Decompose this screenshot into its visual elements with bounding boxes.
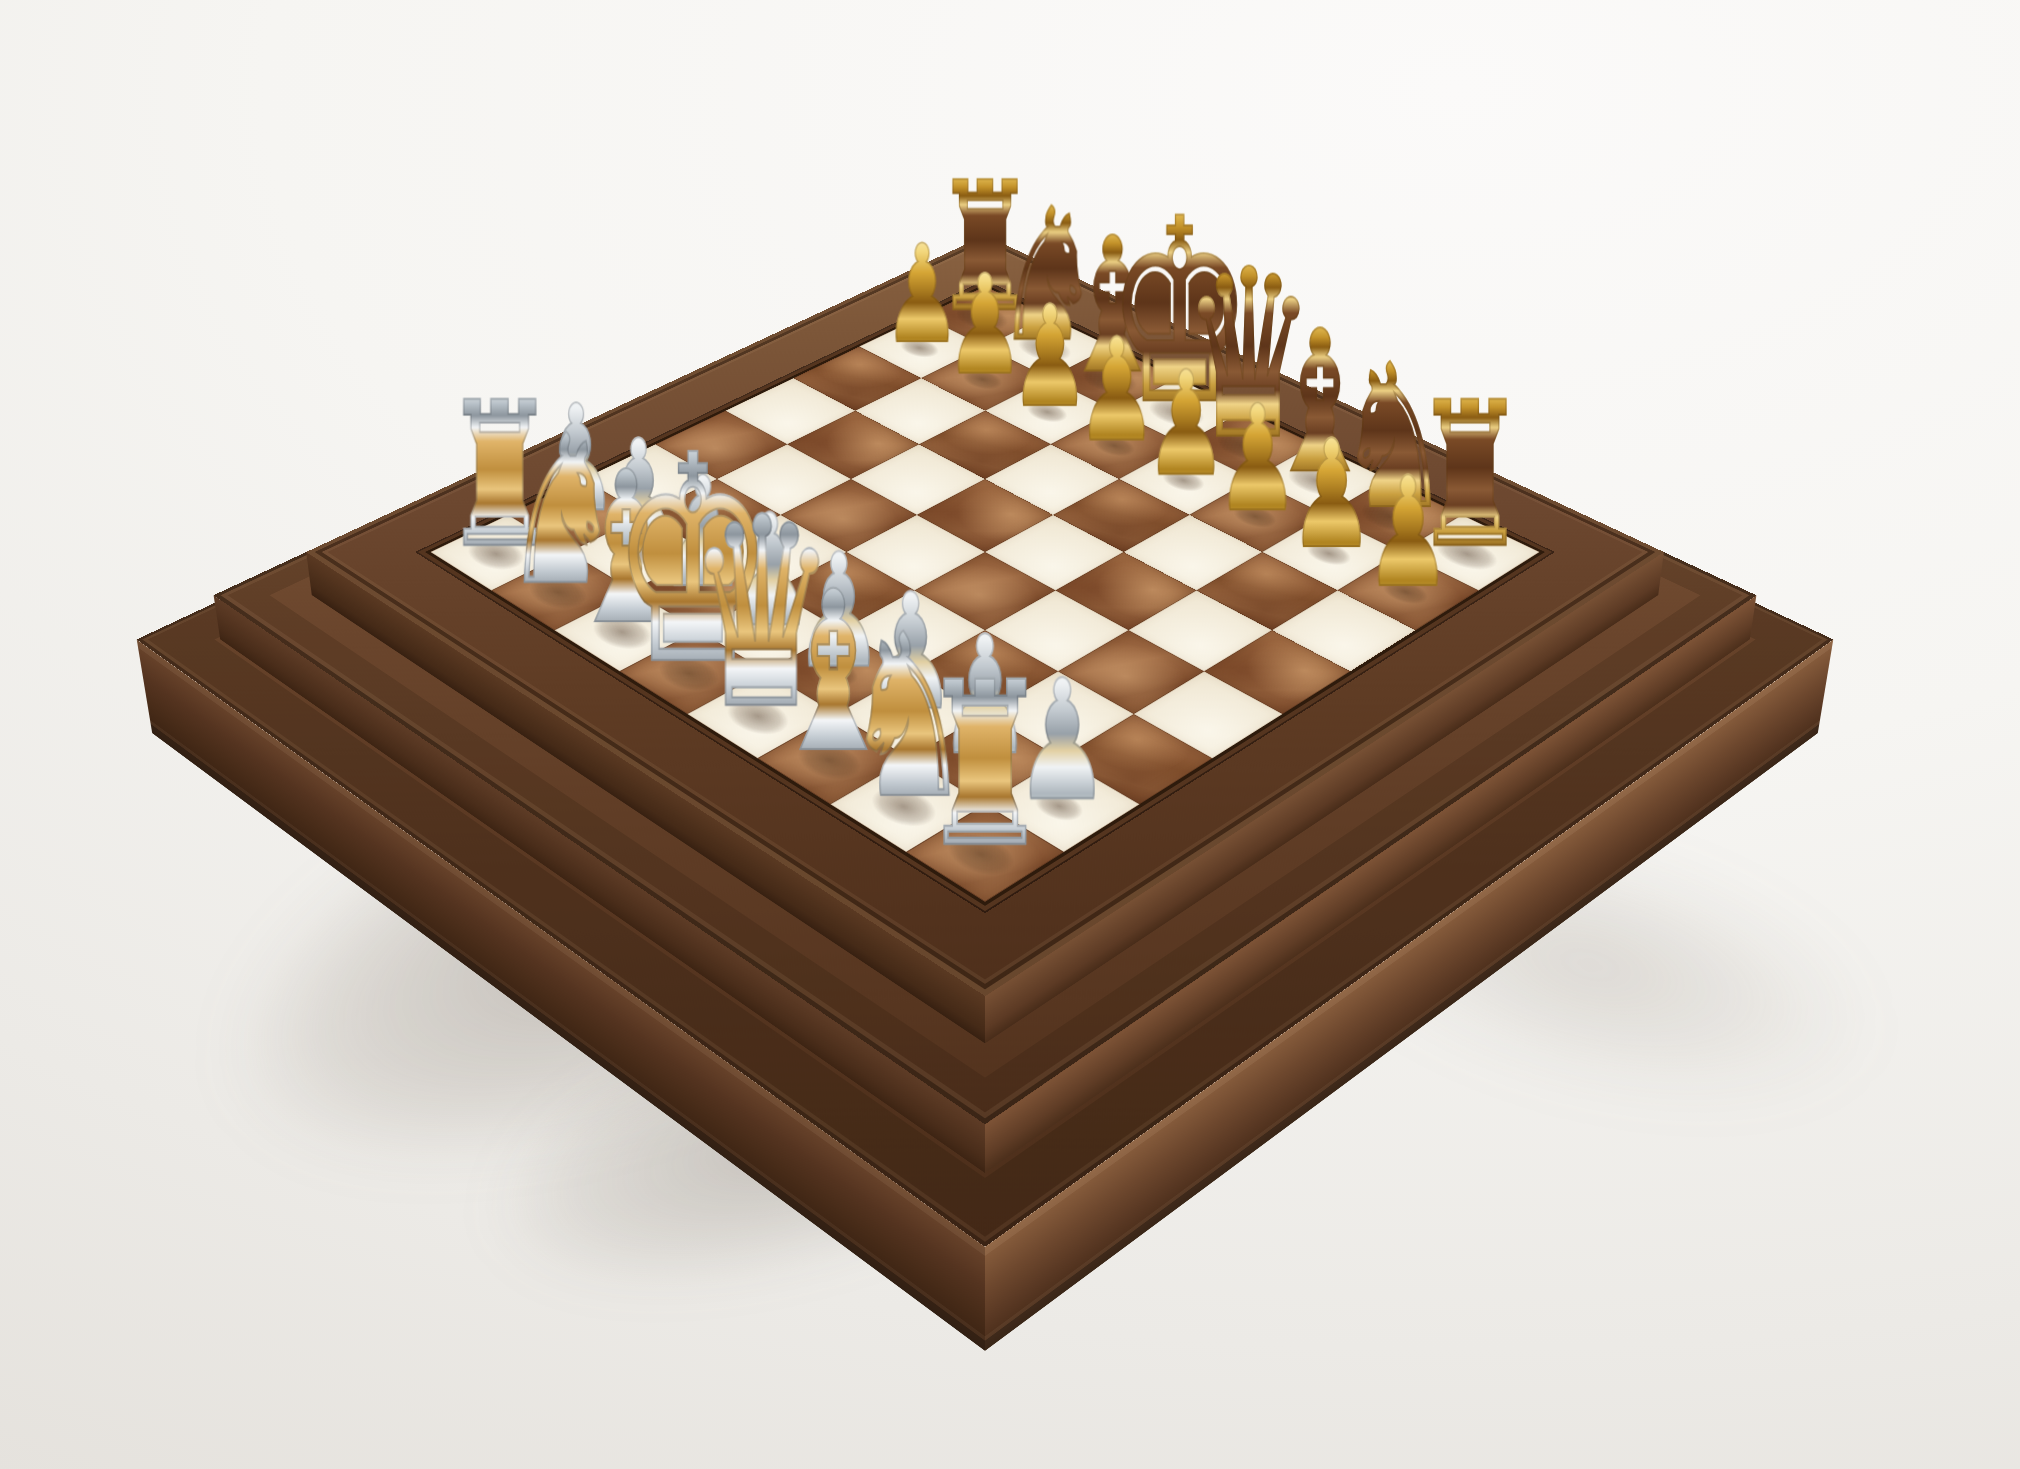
gold-pawn-glyph: ♟ — [1365, 456, 1452, 608]
gold-pawn-glyph: ♟ — [1289, 420, 1374, 569]
gold-pawn-glyph: ♟ — [1216, 385, 1300, 531]
chess-set-photo: ♜♞♝♚♛♝♞♜♟♟♟♟♟♟♟♟♟♟♟♟♟♟♟♟♜♞♝♚♛♝♞♜ — [0, 0, 2020, 1469]
silver-rook-glyph: ♜ — [920, 652, 1050, 879]
square-h1[interactable]: ♜ — [906, 804, 1063, 901]
